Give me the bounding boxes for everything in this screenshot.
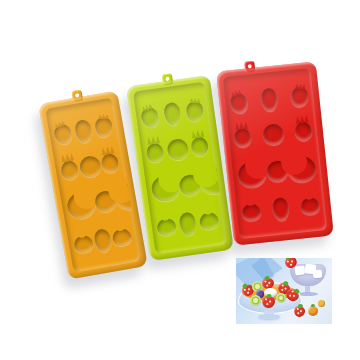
green-fruit-mold — [126, 75, 234, 261]
cavity-apple — [241, 203, 262, 222]
hanging-tab — [71, 90, 83, 103]
cavity-apple — [300, 196, 321, 215]
product-photo-canvas — [0, 0, 360, 360]
inset-lifestyle-photo — [236, 258, 332, 324]
cavity-apple — [156, 217, 177, 236]
small-candy — [318, 300, 325, 307]
cavity-apple — [73, 234, 95, 254]
tab-hole — [247, 63, 251, 67]
kiwi-candy — [276, 293, 286, 303]
cavity-apple — [111, 227, 133, 247]
cavity-banana — [286, 154, 317, 183]
cavity-grapes — [74, 118, 94, 143]
cavity-banana — [199, 167, 228, 197]
cavity-row — [225, 84, 313, 116]
cavity-apple — [199, 211, 220, 230]
cavity-grapes — [93, 228, 113, 253]
cavity-grapes — [260, 88, 278, 113]
cavity-grapes — [178, 211, 197, 236]
cavity-strawberry — [94, 116, 114, 139]
cavity-strawberry — [53, 123, 73, 146]
hanging-tab — [162, 73, 173, 85]
cavity-pineapple — [190, 136, 209, 157]
cavity-round — [78, 154, 102, 178]
cavity-row — [49, 114, 118, 148]
cavity-row — [152, 207, 225, 240]
tab-hole — [165, 76, 170, 81]
cavity-round — [166, 138, 190, 162]
loose-candies — [292, 298, 332, 324]
hanging-tab — [244, 61, 255, 73]
red-fruit-mold — [216, 61, 334, 245]
cavity-strawberry — [230, 92, 249, 114]
cavity-grapes — [163, 102, 182, 127]
tab-hole — [75, 93, 80, 98]
cavity-pineapple — [294, 121, 313, 142]
strawberry-candy — [293, 305, 306, 318]
cavity-round — [262, 123, 285, 146]
orange-candy — [308, 306, 318, 316]
cavity-pineapple — [233, 128, 252, 149]
mold-plate — [45, 97, 141, 272]
cavity-banana — [237, 160, 268, 189]
cavity-row — [233, 154, 321, 189]
cavity-pineapple — [145, 142, 164, 163]
ice-cube — [313, 270, 323, 279]
cavity-row — [146, 168, 219, 203]
kiwi-candy — [250, 295, 261, 306]
cavity-row — [68, 224, 137, 258]
cavity-row — [237, 193, 325, 225]
cavity-grapes — [272, 197, 290, 222]
mold-plate — [223, 68, 328, 239]
cavity-banana — [150, 174, 181, 204]
cavity-strawberry — [290, 86, 309, 108]
cavity-banana — [65, 190, 97, 220]
cavity-row — [141, 134, 213, 165]
cavity-strawberry — [185, 100, 205, 122]
cavity-row — [55, 150, 124, 182]
cavity-row — [229, 120, 317, 150]
cavity-pineapple — [60, 159, 80, 181]
bowl-foot — [258, 314, 280, 319]
cavity-strawberry — [140, 106, 160, 128]
cavity-row — [61, 185, 131, 222]
mold-plate — [133, 82, 227, 254]
cavity-row — [136, 98, 209, 131]
cavity-pineapple — [100, 152, 120, 174]
cavity-banana — [114, 182, 141, 212]
